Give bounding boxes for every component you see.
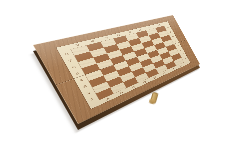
product-photo: AABBCCDDEEFFGGHH1122334455667788 bbox=[0, 0, 240, 150]
file-label-top-f: F bbox=[138, 29, 142, 31]
rank-label-right-4: 4 bbox=[177, 44, 180, 46]
rank-label-right-7: 7 bbox=[169, 31, 172, 33]
rank-label-right-1: 1 bbox=[184, 58, 187, 60]
rank-label-right-6: 6 bbox=[172, 35, 175, 37]
rank-label-right-5: 5 bbox=[174, 40, 177, 42]
rank-label-right-8: 8 bbox=[167, 26, 170, 28]
rank-label-right-3: 3 bbox=[179, 49, 182, 51]
brass-latch bbox=[147, 91, 158, 106]
rank-label-right-2: 2 bbox=[182, 53, 185, 55]
